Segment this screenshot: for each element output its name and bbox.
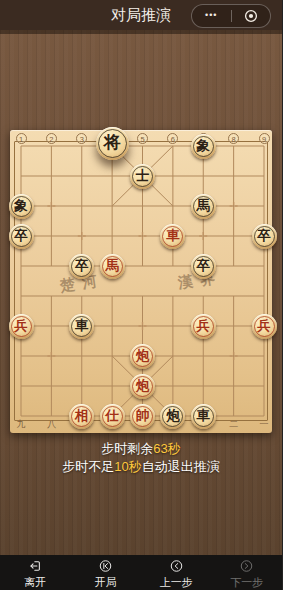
timer-prefix: 步时剩余 bbox=[101, 441, 153, 456]
prev-step-icon bbox=[167, 559, 186, 573]
move-timer-text: 步时剩余63秒 bbox=[0, 440, 282, 458]
warning-suffix: 自动退出推演 bbox=[142, 459, 220, 474]
bottom-toolbar: 离开 开局 上一步 下一步 bbox=[0, 555, 282, 590]
file-number-bottom: 九 bbox=[14, 418, 28, 431]
piece-character: 士 bbox=[136, 167, 150, 185]
close-exit-button[interactable] bbox=[232, 5, 271, 27]
piece-character: 炮 bbox=[166, 407, 180, 425]
piece-red-炮[interactable]: 炮 bbox=[130, 374, 155, 399]
file-number-top: 1 bbox=[16, 133, 27, 144]
next-step-button[interactable]: 下一步 bbox=[212, 555, 283, 590]
piece-character: 象 bbox=[197, 137, 211, 155]
prev-step-label: 上一步 bbox=[160, 575, 193, 590]
warning-value: 10秒 bbox=[114, 459, 141, 474]
piece-red-兵[interactable]: 兵 bbox=[252, 314, 277, 339]
piece-character: 卒 bbox=[197, 257, 211, 275]
piece-black-卒[interactable]: 卒 bbox=[191, 254, 216, 279]
timeout-warning-text: 步时不足10秒自动退出推演 bbox=[0, 458, 282, 476]
leave-button[interactable]: 离开 bbox=[0, 555, 71, 590]
piece-black-卒[interactable]: 卒 bbox=[252, 224, 277, 249]
piece-red-相[interactable]: 相 bbox=[69, 404, 94, 429]
file-number-top: 2 bbox=[46, 133, 57, 144]
piece-character: 卒 bbox=[257, 227, 271, 245]
piece-character: 兵 bbox=[197, 317, 211, 335]
file-number-bottom: 一 bbox=[257, 418, 271, 431]
piece-red-馬[interactable]: 馬 bbox=[100, 254, 125, 279]
warning-prefix: 步时不足 bbox=[62, 459, 114, 474]
file-number-bottom: 二 bbox=[227, 418, 241, 431]
piece-red-兵[interactable]: 兵 bbox=[191, 314, 216, 339]
timer-value: 63秒 bbox=[153, 441, 180, 456]
piece-black-卒[interactable]: 卒 bbox=[9, 224, 34, 249]
restart-label: 开局 bbox=[95, 575, 117, 590]
piece-red-炮[interactable]: 炮 bbox=[130, 344, 155, 369]
piece-red-車[interactable]: 車 bbox=[160, 224, 185, 249]
piece-character: 車 bbox=[166, 227, 180, 245]
miniprogram-capsule[interactable]: ••• bbox=[191, 4, 271, 28]
xiangqi-board[interactable]: 123456789 九八七六五四三二一 楚河 漢界 将象士象馬卒車卒卒馬卒兵車兵… bbox=[10, 130, 272, 433]
file-number-top: 9 bbox=[259, 133, 270, 144]
piece-character: 兵 bbox=[14, 317, 28, 335]
piece-black-車[interactable]: 車 bbox=[69, 314, 94, 339]
piece-character: 車 bbox=[75, 317, 89, 335]
piece-black-馬[interactable]: 馬 bbox=[191, 194, 216, 219]
piece-character: 象 bbox=[14, 197, 28, 215]
piece-character: 炮 bbox=[136, 347, 150, 365]
piece-character: 馬 bbox=[105, 257, 119, 275]
restart-opening-button[interactable]: 开局 bbox=[71, 555, 142, 590]
more-icon: ••• bbox=[205, 4, 217, 28]
piece-black-炮[interactable]: 炮 bbox=[160, 404, 185, 429]
piece-character: 帥 bbox=[136, 407, 150, 425]
file-number-top: 5 bbox=[137, 133, 148, 144]
piece-character: 車 bbox=[197, 407, 211, 425]
piece-character: 相 bbox=[75, 407, 89, 425]
piece-black-車[interactable]: 車 bbox=[191, 404, 216, 429]
leave-label: 离开 bbox=[24, 575, 46, 590]
app-screen: 对局推演 ••• 123456789 九八七六五四三二一 楚河 漢界 将象士象馬… bbox=[0, 0, 282, 590]
file-number-bottom: 八 bbox=[44, 418, 58, 431]
next-step-label: 下一步 bbox=[230, 575, 263, 590]
piece-black-卒[interactable]: 卒 bbox=[69, 254, 94, 279]
piece-character: 卒 bbox=[75, 257, 89, 275]
piece-character: 馬 bbox=[197, 197, 211, 215]
wood-groove bbox=[0, 30, 282, 34]
more-menu-button[interactable]: ••• bbox=[192, 5, 231, 27]
piece-character: 兵 bbox=[257, 317, 271, 335]
record-circle-icon bbox=[244, 9, 258, 23]
piece-character: 炮 bbox=[136, 377, 150, 395]
restart-icon bbox=[96, 559, 115, 573]
piece-character: 仕 bbox=[105, 407, 119, 425]
piece-black-象[interactable]: 象 bbox=[9, 194, 34, 219]
piece-black-士[interactable]: 士 bbox=[130, 164, 155, 189]
piece-black-象[interactable]: 象 bbox=[191, 134, 216, 159]
prev-step-button[interactable]: 上一步 bbox=[141, 555, 212, 590]
piece-character: 卒 bbox=[14, 227, 28, 245]
piece-red-仕[interactable]: 仕 bbox=[100, 404, 125, 429]
next-step-icon bbox=[237, 559, 256, 573]
piece-red-帥[interactable]: 帥 bbox=[130, 404, 155, 429]
exit-icon bbox=[26, 559, 45, 573]
piece-black-将[interactable]: 将 bbox=[96, 127, 129, 160]
piece-character: 将 bbox=[104, 131, 121, 154]
piece-red-兵[interactable]: 兵 bbox=[9, 314, 34, 339]
